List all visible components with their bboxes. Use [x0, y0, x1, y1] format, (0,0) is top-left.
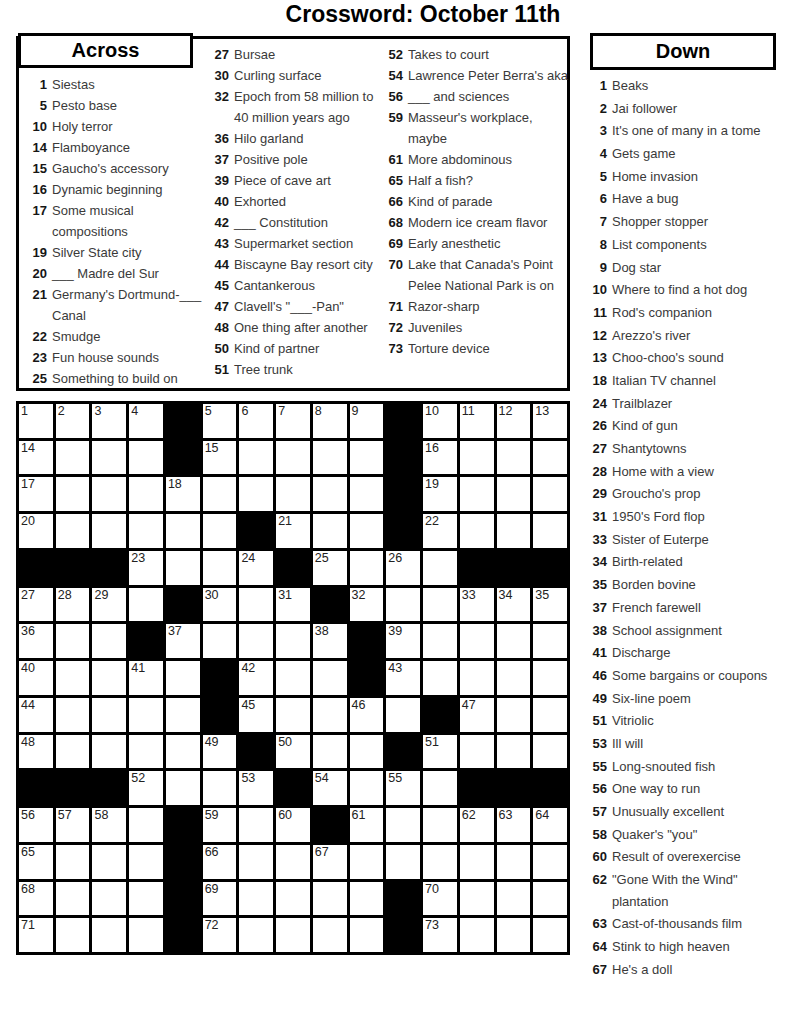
grid-cell[interactable]	[423, 551, 457, 585]
grid-cell[interactable]	[276, 698, 310, 732]
grid-cell[interactable]: 73	[423, 918, 457, 952]
clue-text: Kind of partner	[234, 338, 384, 359]
clue-text: Half a fish?	[408, 170, 569, 191]
grid-cell[interactable]: 47	[460, 698, 494, 732]
grid-cell[interactable]	[276, 624, 310, 658]
grid-cell[interactable]	[497, 514, 531, 548]
grid-cell[interactable]: 23	[129, 551, 163, 585]
grid-cell[interactable]	[460, 918, 494, 952]
clue-text: ___ Constitution	[234, 212, 384, 233]
clue-text: Supermarket section	[234, 233, 384, 254]
grid-cell[interactable]: 1	[19, 404, 53, 438]
grid-cell[interactable]: 38	[313, 624, 347, 658]
grid-cell[interactable]	[239, 624, 273, 658]
grid-cell[interactable]	[423, 624, 457, 658]
down-clue: 18Italian TV channel	[588, 370, 790, 392]
grid-cell[interactable]	[92, 514, 126, 548]
cell-number: 65	[21, 845, 35, 860]
grid-cell[interactable]	[203, 551, 237, 585]
grid-cell[interactable]	[92, 661, 126, 695]
grid-cell[interactable]	[92, 441, 126, 475]
clue-text: 1950's Ford flop	[612, 506, 790, 528]
grid-cell[interactable]	[533, 845, 567, 879]
grid-cell[interactable]: 33	[460, 588, 494, 622]
grid-cell[interactable]: 61	[350, 808, 384, 842]
grid-cell[interactable]	[497, 661, 531, 695]
cell-number: 42	[241, 661, 255, 676]
down-clue: 2Jai follower	[588, 98, 790, 120]
cell-number: 56	[21, 808, 35, 823]
grid-cell[interactable]: 68	[19, 882, 53, 916]
clue-text: Early anesthetic	[408, 233, 569, 254]
grid-cell[interactable]: 39	[386, 624, 420, 658]
grid-cell[interactable]: 37	[166, 624, 200, 658]
grid-cell[interactable]	[497, 882, 531, 916]
grid-cell[interactable]: 57	[56, 808, 90, 842]
grid-cell[interactable]	[386, 698, 420, 732]
cell-number: 27	[21, 588, 35, 603]
grid-cell[interactable]: 71	[19, 918, 53, 952]
across-clue: 5Pesto base	[24, 95, 205, 116]
grid-cell[interactable]	[56, 514, 90, 548]
grid-cell[interactable]	[129, 588, 163, 622]
grid-cell-black	[239, 735, 273, 769]
clue-text: Kind of parade	[408, 191, 569, 212]
grid-cell[interactable]	[276, 661, 310, 695]
grid-cell[interactable]	[129, 441, 163, 475]
grid-cell-black	[129, 624, 163, 658]
grid-cell-black	[19, 551, 53, 585]
grid-cell[interactable]	[350, 771, 384, 805]
grid-cell[interactable]	[386, 808, 420, 842]
grid-cell[interactable]	[350, 551, 384, 585]
grid-cell[interactable]: 32	[350, 588, 384, 622]
grid-cell[interactable]	[239, 441, 273, 475]
grid-cell[interactable]	[129, 882, 163, 916]
down-clue: 24Trailblazer	[588, 393, 790, 415]
grid-cell[interactable]	[460, 735, 494, 769]
clue-number: 33	[588, 529, 607, 551]
cell-number: 26	[388, 551, 402, 566]
grid-cell[interactable]	[276, 441, 310, 475]
grid-cell[interactable]	[56, 735, 90, 769]
grid-cell[interactable]	[497, 698, 531, 732]
grid-cell[interactable]: 65	[19, 845, 53, 879]
grid-cell[interactable]	[129, 735, 163, 769]
grid-cell-black	[203, 698, 237, 732]
cell-number: 64	[535, 808, 549, 823]
grid-cell[interactable]: 34	[497, 588, 531, 622]
grid-cell[interactable]	[533, 624, 567, 658]
grid-cell[interactable]: 24	[239, 551, 273, 585]
cell-number: 57	[58, 808, 72, 823]
grid-cell[interactable]	[350, 441, 384, 475]
grid-cell-black	[386, 477, 420, 511]
clue-number: 27	[588, 438, 607, 460]
grid-cell-black	[533, 771, 567, 805]
grid-cell[interactable]: 2	[56, 404, 90, 438]
grid-cell[interactable]: 35	[533, 588, 567, 622]
cell-number: 17	[21, 477, 35, 492]
grid-cell[interactable]	[56, 624, 90, 658]
grid-cell[interactable]: 55	[386, 771, 420, 805]
clue-number: 56	[382, 86, 403, 107]
grid-cell[interactable]	[313, 882, 347, 916]
grid-cell[interactable]: 49	[203, 735, 237, 769]
clue-number: 51	[588, 710, 607, 732]
grid-cell[interactable]: 28	[56, 588, 90, 622]
grid-cell[interactable]	[350, 514, 384, 548]
grid-cell[interactable]	[313, 735, 347, 769]
grid-cell[interactable]	[56, 882, 90, 916]
grid-cell[interactable]: 40	[19, 661, 53, 695]
grid-cell[interactable]	[350, 918, 384, 952]
grid-cell[interactable]	[313, 661, 347, 695]
grid-cell[interactable]	[166, 661, 200, 695]
clue-text: Pesto base	[52, 95, 205, 116]
grid-cell[interactable]	[350, 882, 384, 916]
grid-cell[interactable]: 52	[129, 771, 163, 805]
grid-cell[interactable]	[203, 771, 237, 805]
grid-cell[interactable]: 27	[19, 588, 53, 622]
grid-cell[interactable]: 6	[239, 404, 273, 438]
clue-number: 9	[588, 257, 607, 279]
grid-cell[interactable]: 67	[313, 845, 347, 879]
grid-cell[interactable]: 53	[239, 771, 273, 805]
grid-cell-black	[350, 661, 384, 695]
cell-number: 72	[205, 918, 219, 933]
down-clue: 38School assignment	[588, 620, 790, 642]
cell-number: 31	[278, 588, 292, 603]
clue-number: 41	[588, 642, 607, 664]
down-clue: 8List components	[588, 234, 790, 256]
clue-text: One thing after another	[234, 317, 384, 338]
grid-cell[interactable]: 29	[92, 588, 126, 622]
grid-cell[interactable]	[239, 845, 273, 879]
grid-cell[interactable]	[166, 771, 200, 805]
grid-cell[interactable]	[313, 698, 347, 732]
grid-cell[interactable]	[386, 845, 420, 879]
down-clue: 6Have a bug	[588, 188, 790, 210]
grid-cell-black	[166, 882, 200, 916]
grid-cell[interactable]	[129, 514, 163, 548]
grid-cell[interactable]: 43	[386, 661, 420, 695]
grid-cell[interactable]	[239, 882, 273, 916]
grid-cell[interactable]	[460, 882, 494, 916]
grid-cell[interactable]: 44	[19, 698, 53, 732]
cell-number: 25	[315, 551, 329, 566]
clue-number: 59	[382, 107, 403, 149]
grid-cell[interactable]: 46	[350, 698, 384, 732]
grid-cell[interactable]: 63	[497, 808, 531, 842]
grid-cell[interactable]: 36	[19, 624, 53, 658]
grid-cell[interactable]: 8	[313, 404, 347, 438]
grid-cell[interactable]	[276, 918, 310, 952]
clue-text: French farewell	[612, 597, 790, 619]
grid-cell[interactable]	[497, 918, 531, 952]
clue-text: Siestas	[52, 74, 205, 95]
grid-cell[interactable]	[239, 588, 273, 622]
grid-cell[interactable]	[423, 661, 457, 695]
cell-number: 20	[21, 514, 35, 529]
grid-cell[interactable]	[56, 661, 90, 695]
grid-cell[interactable]: 48	[19, 735, 53, 769]
grid-cell[interactable]: 12	[497, 404, 531, 438]
grid-cell[interactable]: 64	[533, 808, 567, 842]
clue-text: School assignment	[612, 620, 790, 642]
grid-cell[interactable]: 41	[129, 661, 163, 695]
grid-cell[interactable]	[203, 624, 237, 658]
grid-cell[interactable]: 62	[460, 808, 494, 842]
grid-cell[interactable]: 30	[203, 588, 237, 622]
grid-cell[interactable]: 45	[239, 698, 273, 732]
grid-cell[interactable]: 54	[313, 771, 347, 805]
grid-cell[interactable]: 15	[203, 441, 237, 475]
cell-number: 18	[168, 477, 182, 492]
grid-cell[interactable]	[129, 808, 163, 842]
grid-cell[interactable]: 42	[239, 661, 273, 695]
grid-cell[interactable]	[56, 698, 90, 732]
grid-cell[interactable]	[92, 624, 126, 658]
across-clues-col1: 1Siestas5Pesto base10Holy terror14Flambo…	[24, 74, 205, 389]
grid-cell[interactable]	[533, 698, 567, 732]
clue-text: Tree trunk	[234, 359, 384, 380]
grid-cell[interactable]: 4	[129, 404, 163, 438]
down-clue: 53Ill will	[588, 733, 790, 755]
page-title: Crossword: October 11th	[286, 1, 561, 28]
cell-number: 2	[58, 404, 65, 419]
grid-cell[interactable]: 69	[203, 882, 237, 916]
clue-text: Dog star	[612, 257, 790, 279]
grid-cell[interactable]	[56, 477, 90, 511]
across-clue: 54Lawrence Peter Berra's aka	[382, 65, 569, 86]
clue-number: 10	[24, 116, 47, 137]
grid-cell[interactable]: 5	[203, 404, 237, 438]
grid-cell[interactable]	[350, 735, 384, 769]
clue-text: Ill will	[612, 733, 790, 755]
clue-number: 49	[588, 688, 607, 710]
across-clue: 72Juveniles	[382, 317, 569, 338]
cell-number: 33	[462, 588, 476, 603]
across-clue: 65Half a fish?	[382, 170, 569, 191]
grid-cell[interactable]	[460, 441, 494, 475]
grid-cell[interactable]	[239, 477, 273, 511]
clue-text: Flamboyance	[52, 137, 205, 158]
grid-cell[interactable]: 14	[19, 441, 53, 475]
grid-cell[interactable]	[533, 735, 567, 769]
across-clue: 36Hilo garland	[207, 128, 384, 149]
grid-cell[interactable]	[92, 918, 126, 952]
grid-cell[interactable]: 59	[203, 808, 237, 842]
clue-number: 38	[588, 620, 607, 642]
grid-cell[interactable]	[239, 808, 273, 842]
grid-cell[interactable]	[497, 624, 531, 658]
clue-text: Clavell's "___-Pan"	[234, 296, 384, 317]
grid-cell[interactable]	[276, 477, 310, 511]
grid-cell[interactable]	[460, 514, 494, 548]
clue-text: He's a doll	[612, 959, 790, 981]
clue-text: Gets game	[612, 143, 790, 165]
grid-cell[interactable]	[166, 735, 200, 769]
across-clue: 70Lake that Canada's Point Pelee Nationa…	[382, 254, 569, 296]
grid-cell[interactable]: 26	[386, 551, 420, 585]
cell-number: 53	[241, 771, 255, 786]
clue-number: 32	[207, 86, 229, 128]
grid-cell[interactable]: 3	[92, 404, 126, 438]
down-clue: 13Choo-choo's sound	[588, 347, 790, 369]
grid-cell[interactable]	[350, 845, 384, 879]
down-clue: 12Arezzo's river	[588, 325, 790, 347]
grid-cell[interactable]	[203, 477, 237, 511]
cell-number: 29	[94, 588, 108, 603]
down-clue: 3It's one of many in a tome	[588, 120, 790, 142]
down-clue: 29Groucho's prop	[588, 483, 790, 505]
grid-cell[interactable]: 13	[533, 404, 567, 438]
clue-number: 46	[588, 665, 607, 687]
grid-cell[interactable]	[533, 441, 567, 475]
across-clue: 68Modern ice cream flavor	[382, 212, 569, 233]
grid-cell[interactable]	[276, 882, 310, 916]
grid-cell[interactable]	[92, 698, 126, 732]
grid-cell[interactable]: 20	[19, 514, 53, 548]
cell-number: 45	[241, 698, 255, 713]
across-clue: 15Gaucho's accessory	[24, 158, 205, 179]
grid-cell[interactable]	[313, 441, 347, 475]
grid-cell[interactable]	[497, 735, 531, 769]
grid-cell[interactable]	[129, 845, 163, 879]
grid-cell[interactable]	[92, 735, 126, 769]
grid-cell[interactable]	[56, 441, 90, 475]
grid-cell-black	[203, 661, 237, 695]
cell-number: 46	[352, 698, 366, 713]
clue-number: 2	[588, 98, 607, 120]
grid-cell-black	[460, 771, 494, 805]
grid-cell[interactable]	[313, 918, 347, 952]
grid-cell[interactable]	[423, 771, 457, 805]
grid-cell[interactable]	[423, 588, 457, 622]
grid-cell[interactable]	[460, 624, 494, 658]
grid-cell[interactable]	[533, 514, 567, 548]
grid-cell[interactable]: 10	[423, 404, 457, 438]
grid-cell[interactable]	[276, 845, 310, 879]
grid-cell[interactable]: 70	[423, 882, 457, 916]
grid-cell[interactable]	[92, 882, 126, 916]
clue-text: Cantankerous	[234, 275, 384, 296]
cell-number: 62	[462, 808, 476, 823]
clue-text: Modern ice cream flavor	[408, 212, 569, 233]
cell-number: 14	[21, 441, 35, 456]
grid-cell[interactable]	[533, 918, 567, 952]
grid-cell[interactable]	[350, 477, 384, 511]
grid-cell[interactable]	[129, 698, 163, 732]
grid-cell[interactable]	[56, 845, 90, 879]
grid-cell[interactable]	[497, 441, 531, 475]
down-clue: 26Kind of gun	[588, 415, 790, 437]
clue-text: Lawrence Peter Berra's aka	[408, 65, 569, 86]
grid-cell[interactable]	[92, 845, 126, 879]
grid-cell[interactable]: 9	[350, 404, 384, 438]
clue-text: Bursae	[234, 44, 384, 65]
grid-cell[interactable]: 11	[460, 404, 494, 438]
grid-cell[interactable]: 66	[203, 845, 237, 879]
grid-cell[interactable]: 72	[203, 918, 237, 952]
grid-cell[interactable]: 31	[276, 588, 310, 622]
grid-cell[interactable]: 17	[19, 477, 53, 511]
cell-number: 34	[499, 588, 513, 603]
grid-cell[interactable]	[533, 882, 567, 916]
grid-cell-black	[386, 441, 420, 475]
cell-number: 38	[315, 624, 329, 639]
grid-cell[interactable]: 50	[276, 735, 310, 769]
grid-cell[interactable]	[92, 477, 126, 511]
grid-cell[interactable]	[166, 514, 200, 548]
grid-cell[interactable]: 21	[276, 514, 310, 548]
cell-number: 44	[21, 698, 35, 713]
cell-number: 24	[241, 551, 255, 566]
grid-cell[interactable]	[533, 661, 567, 695]
grid-cell[interactable]	[460, 477, 494, 511]
clue-number: 29	[588, 483, 607, 505]
grid-cell-black	[166, 845, 200, 879]
grid-cell[interactable]	[129, 477, 163, 511]
grid-cell[interactable]	[129, 918, 163, 952]
grid-cell[interactable]	[386, 588, 420, 622]
grid-cell-black	[19, 771, 53, 805]
down-clue: 56One way to run	[588, 778, 790, 800]
grid-cell[interactable]: 18	[166, 477, 200, 511]
grid-cell[interactable]: 7	[276, 404, 310, 438]
cell-number: 54	[315, 771, 329, 786]
clue-text: Where to find a hot dog	[612, 279, 790, 301]
grid-cell[interactable]	[56, 918, 90, 952]
grid-cell[interactable]	[166, 551, 200, 585]
grid-cell-black	[423, 698, 457, 732]
grid-cell[interactable]	[239, 918, 273, 952]
grid-cell[interactable]: 22	[423, 514, 457, 548]
grid-cell[interactable]	[313, 477, 347, 511]
grid-cell-black	[239, 514, 273, 548]
grid-cell[interactable]	[497, 477, 531, 511]
grid-cell[interactable]: 25	[313, 551, 347, 585]
clue-text: Kind of gun	[612, 415, 790, 437]
grid-cell[interactable]	[460, 845, 494, 879]
grid-cell[interactable]: 16	[423, 441, 457, 475]
grid-cell[interactable]	[460, 661, 494, 695]
grid-cell[interactable]: 19	[423, 477, 457, 511]
grid-cell[interactable]	[533, 477, 567, 511]
clue-number: 6	[588, 188, 607, 210]
down-clue: 9Dog star	[588, 257, 790, 279]
grid-cell[interactable]: 60	[276, 808, 310, 842]
grid-cell[interactable]: 58	[92, 808, 126, 842]
grid-cell[interactable]: 51	[423, 735, 457, 769]
clue-number: 35	[588, 574, 607, 596]
grid-cell[interactable]: 56	[19, 808, 53, 842]
grid-cell[interactable]	[497, 845, 531, 879]
grid-cell[interactable]	[203, 514, 237, 548]
grid-cell-black	[92, 771, 126, 805]
clue-text: Beaks	[612, 75, 790, 97]
grid-cell[interactable]	[313, 514, 347, 548]
cell-number: 66	[205, 845, 219, 860]
clue-text: Shantytowns	[612, 438, 790, 460]
across-clue: 52Takes to court	[382, 44, 569, 65]
clue-text: Epoch from 58 million to 40 million year…	[234, 86, 384, 128]
grid-cell[interactable]	[166, 698, 200, 732]
grid-cell[interactable]	[423, 808, 457, 842]
cell-number: 49	[205, 735, 219, 750]
grid-cell[interactable]	[423, 845, 457, 879]
